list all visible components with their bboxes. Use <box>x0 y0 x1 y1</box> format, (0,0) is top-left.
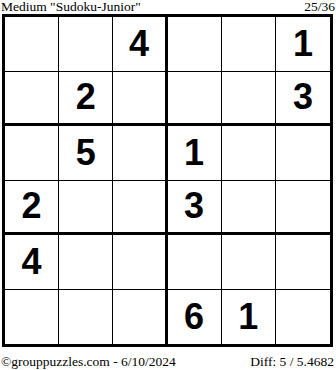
cell-r3c4[interactable]: 1 <box>168 126 222 181</box>
cell-r1c3[interactable]: 4 <box>113 17 167 72</box>
cell-r2c1[interactable] <box>5 72 59 127</box>
page-header: Medium "Sudoku-Junior" 25/36 <box>0 0 336 14</box>
empty-cell-counter: 25/36 <box>304 0 336 13</box>
cell-r5c2[interactable] <box>59 235 113 290</box>
cell-r3c1[interactable] <box>5 126 59 181</box>
cell-r5c3[interactable] <box>113 235 167 290</box>
cell-r6c3[interactable] <box>113 290 167 345</box>
cell-r1c2[interactable] <box>59 17 113 72</box>
cell-r2c6[interactable]: 3 <box>276 72 330 127</box>
cell-r6c5[interactable]: 1 <box>222 290 276 345</box>
page-footer: ©grouppuzzles.com - 6/10/2024 Diff: 5 / … <box>0 351 336 370</box>
cell-r4c1[interactable]: 2 <box>5 181 59 236</box>
cell-r3c3[interactable] <box>113 126 167 181</box>
cell-r5c1[interactable]: 4 <box>5 235 59 290</box>
cell-r5c5[interactable] <box>222 235 276 290</box>
puzzle-title: Medium "Sudoku-Junior" <box>0 0 141 13</box>
cell-r4c6[interactable] <box>276 181 330 236</box>
cell-r6c1[interactable] <box>5 290 59 345</box>
cell-r3c6[interactable] <box>276 126 330 181</box>
difficulty-rating: Diff: 5 / 5.4682 <box>250 353 336 370</box>
cell-r4c5[interactable] <box>222 181 276 236</box>
cell-r6c6[interactable] <box>276 290 330 345</box>
cell-r5c4[interactable] <box>168 235 222 290</box>
cell-r3c2[interactable]: 5 <box>59 126 113 181</box>
sudoku-board: 41235123461 <box>2 14 333 347</box>
cell-r4c2[interactable] <box>59 181 113 236</box>
copyright-text: ©grouppuzzles.com - 6/10/2024 <box>0 353 176 370</box>
cell-r1c4[interactable] <box>168 17 222 72</box>
cell-r3c5[interactable] <box>222 126 276 181</box>
cell-r6c4[interactable]: 6 <box>168 290 222 345</box>
cell-r1c1[interactable] <box>5 17 59 72</box>
cell-r5c6[interactable] <box>276 235 330 290</box>
cell-r4c4[interactable]: 3 <box>168 181 222 236</box>
cell-r1c5[interactable] <box>222 17 276 72</box>
cell-r2c4[interactable] <box>168 72 222 127</box>
cell-r2c2[interactable]: 2 <box>59 72 113 127</box>
cell-r2c5[interactable] <box>222 72 276 127</box>
cell-r4c3[interactable] <box>113 181 167 236</box>
cell-r1c6[interactable]: 1 <box>276 17 330 72</box>
cell-r2c3[interactable] <box>113 72 167 127</box>
cell-r6c2[interactable] <box>59 290 113 345</box>
